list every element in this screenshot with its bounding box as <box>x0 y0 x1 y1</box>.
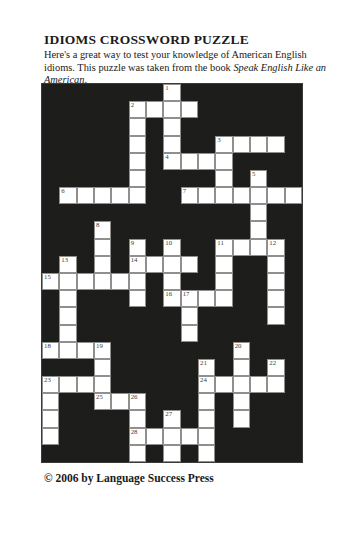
grid-cell-black <box>129 84 146 101</box>
grid-cell-black <box>111 204 128 221</box>
grid-cell-black <box>94 410 111 427</box>
grid-cell-white[interactable] <box>250 187 267 204</box>
grid-cell-black <box>233 290 250 307</box>
grid-cell-white[interactable] <box>77 187 94 204</box>
grid-cell-black <box>42 325 59 342</box>
grid-cell-black <box>198 325 215 342</box>
grid-cell-black <box>146 170 163 187</box>
grid-cell-black <box>42 359 59 376</box>
grid-cell-white[interactable]: 21 <box>198 359 215 376</box>
grid-cell-black <box>129 376 146 393</box>
grid-cell-white[interactable]: 18 <box>42 342 59 359</box>
grid-cell-black <box>146 153 163 170</box>
grid-cell-black <box>42 84 59 101</box>
clue-number: 7 <box>183 187 186 195</box>
grid-cell-black <box>250 359 267 376</box>
grid-cell-black <box>77 445 94 462</box>
grid-cell-white[interactable] <box>77 342 94 359</box>
grid-cell-black <box>285 410 302 427</box>
grid-cell-black <box>77 136 94 153</box>
grid-cell-white[interactable] <box>129 187 146 204</box>
grid-cell-white[interactable] <box>129 410 146 427</box>
grid-cell-white[interactable] <box>42 428 59 445</box>
grid-cell-white[interactable] <box>163 428 180 445</box>
grid-cell-black <box>111 290 128 307</box>
grid-cell-black <box>181 204 198 221</box>
grid-cell-white[interactable] <box>111 187 128 204</box>
clue-number: 9 <box>131 239 134 247</box>
clue-number: 20 <box>235 342 242 350</box>
grid-cell-black <box>181 221 198 238</box>
grid-cell-black <box>111 325 128 342</box>
grid-cell-black <box>77 204 94 221</box>
grid-cell-white[interactable]: 11 <box>215 239 232 256</box>
grid-cell-black <box>42 136 59 153</box>
grid-cell-white[interactable] <box>163 101 180 118</box>
grid-cell-white[interactable] <box>146 428 163 445</box>
grid-cell-black <box>77 84 94 101</box>
grid-cell-black <box>94 170 111 187</box>
clue-number: 18 <box>44 342 51 350</box>
grid-cell-black <box>59 153 76 170</box>
grid-cell-white[interactable] <box>233 376 250 393</box>
grid-cell-white[interactable] <box>215 170 232 187</box>
grid-cell-black <box>198 307 215 324</box>
grid-cell-black <box>233 445 250 462</box>
grid-cell-black <box>285 445 302 462</box>
grid-cell-black <box>267 221 284 238</box>
grid-cell-white[interactable]: 19 <box>94 342 111 359</box>
grid-cell-white[interactable]: 5 <box>250 170 267 187</box>
grid-cell-black <box>146 445 163 462</box>
grid-cell-white[interactable] <box>198 187 215 204</box>
grid-cell-white[interactable] <box>146 101 163 118</box>
grid-cell-black <box>111 118 128 135</box>
grid-cell-white[interactable] <box>94 239 111 256</box>
grid-cell-white[interactable] <box>250 204 267 221</box>
grid-cell-black <box>267 428 284 445</box>
grid-cell-black <box>94 290 111 307</box>
grid-cell-white[interactable] <box>163 445 180 462</box>
grid-cell-black <box>42 445 59 462</box>
grid-cell-white[interactable] <box>77 376 94 393</box>
grid-cell-black <box>59 84 76 101</box>
grid-cell-white[interactable]: 9 <box>129 239 146 256</box>
grid-cell-black <box>181 359 198 376</box>
grid-cell-white[interactable]: 26 <box>129 393 146 410</box>
grid-cell-white[interactable] <box>181 428 198 445</box>
grid-cell-black <box>233 153 250 170</box>
grid-cell-black <box>267 325 284 342</box>
grid-cell-white[interactable] <box>163 256 180 273</box>
clue-number: 14 <box>131 256 138 264</box>
grid-cell-black <box>146 187 163 204</box>
grid-cell-white[interactable]: 27 <box>163 410 180 427</box>
grid-cell-white[interactable] <box>267 256 284 273</box>
grid-cell-black <box>129 221 146 238</box>
grid-cell-black <box>198 170 215 187</box>
grid-cell-white[interactable] <box>250 136 267 153</box>
grid-cell-black <box>146 376 163 393</box>
grid-cell-white[interactable] <box>250 221 267 238</box>
grid-cell-white[interactable]: 6 <box>59 187 76 204</box>
grid-cell-black <box>59 101 76 118</box>
grid-cell-white[interactable]: 10 <box>163 239 180 256</box>
grid-cell-black <box>215 393 232 410</box>
grid-cell-black <box>94 101 111 118</box>
grid-cell-black <box>42 256 59 273</box>
grid-cell-black <box>285 118 302 135</box>
grid-cell-black <box>59 170 76 187</box>
grid-cell-black <box>111 359 128 376</box>
grid-cell-black <box>181 376 198 393</box>
grid-cell-white[interactable]: 23 <box>42 376 59 393</box>
grid-cell-black <box>94 307 111 324</box>
grid-cell-black <box>215 84 232 101</box>
grid-cell-black <box>198 239 215 256</box>
clue-number: 27 <box>165 410 172 418</box>
page-subtitle: Here's a great way to test your knowledg… <box>44 49 334 87</box>
grid-cell-black <box>250 273 267 290</box>
grid-cell-white[interactable] <box>181 325 198 342</box>
clue-number: 16 <box>165 290 172 298</box>
grid-cell-white[interactable] <box>215 376 232 393</box>
grid-cell-white[interactable] <box>59 307 76 324</box>
grid-cell-white[interactable]: 20 <box>233 342 250 359</box>
grid-cell-white[interactable]: 16 <box>163 290 180 307</box>
grid-cell-black <box>285 239 302 256</box>
grid-cell-black <box>215 307 232 324</box>
grid-cell-black <box>77 153 94 170</box>
grid-cell-white[interactable]: 15 <box>42 273 59 290</box>
grid-cell-black <box>146 204 163 221</box>
grid-cell-black <box>250 410 267 427</box>
grid-cell-black <box>146 307 163 324</box>
grid-cell-black <box>181 239 198 256</box>
grid-cell-black <box>233 428 250 445</box>
grid-cell-black <box>163 393 180 410</box>
grid-cell-black <box>94 153 111 170</box>
grid-cell-white[interactable] <box>181 153 198 170</box>
grid-cell-black <box>77 101 94 118</box>
grid-cell-white[interactable] <box>163 118 180 135</box>
grid-cell-black <box>215 101 232 118</box>
subtitle-line2-prefix: This puzzle was taken from the book <box>77 62 233 73</box>
grid-cell-black <box>163 204 180 221</box>
grid-cell-black <box>129 342 146 359</box>
grid-cell-white[interactable] <box>285 187 302 204</box>
grid-cell-black <box>267 445 284 462</box>
grid-cell-black <box>42 290 59 307</box>
grid-cell-white[interactable] <box>146 256 163 273</box>
clue-number: 23 <box>44 376 51 384</box>
grid-cell-white[interactable]: 28 <box>129 428 146 445</box>
grid-cell-white[interactable] <box>181 101 198 118</box>
grid-cell-white[interactable] <box>215 290 232 307</box>
grid-cell-black <box>146 290 163 307</box>
grid-cell-black <box>233 221 250 238</box>
grid-cell-black <box>59 445 76 462</box>
grid-cell-black <box>215 204 232 221</box>
grid-cell-white[interactable] <box>94 256 111 273</box>
grid-cell-black <box>111 342 128 359</box>
clue-number: 3 <box>217 136 220 144</box>
grid-cell-black <box>267 410 284 427</box>
clue-number: 17 <box>183 290 190 298</box>
grid-cell-white[interactable] <box>163 273 180 290</box>
grid-cell-white[interactable] <box>111 273 128 290</box>
grid-cell-black <box>181 118 198 135</box>
grid-cell-black <box>198 136 215 153</box>
grid-cell-white[interactable] <box>215 256 232 273</box>
grid-cell-white[interactable] <box>250 376 267 393</box>
grid-cell-black <box>215 359 232 376</box>
grid-cell-black <box>77 256 94 273</box>
grid-cell-white[interactable] <box>129 136 146 153</box>
grid-cell-white[interactable]: 1 <box>163 84 180 101</box>
grid-cell-black <box>250 342 267 359</box>
grid-cell-black <box>215 118 232 135</box>
grid-cell-black <box>129 307 146 324</box>
grid-cell-black <box>163 170 180 187</box>
grid-cell-white[interactable]: 2 <box>129 101 146 118</box>
grid-cell-black <box>42 239 59 256</box>
grid-cell-white[interactable]: 7 <box>181 187 198 204</box>
grid-cell-white[interactable] <box>198 393 215 410</box>
grid-cell-black <box>267 101 284 118</box>
grid-cell-white[interactable] <box>233 136 250 153</box>
clue-number: 15 <box>44 273 51 281</box>
clue-number: 5 <box>252 170 255 178</box>
grid-cell-black <box>250 325 267 342</box>
grid-cell-black <box>285 101 302 118</box>
grid-cell-white[interactable] <box>94 187 111 204</box>
grid-cell-black <box>233 204 250 221</box>
grid-cell-white[interactable]: 14 <box>129 256 146 273</box>
grid-cell-black <box>267 170 284 187</box>
grid-cell-white[interactable] <box>267 376 284 393</box>
grid-cell-white[interactable] <box>198 410 215 427</box>
grid-cell-black <box>181 393 198 410</box>
grid-cell-black <box>163 325 180 342</box>
grid-cell-black <box>94 428 111 445</box>
clue-number: 2 <box>131 101 134 109</box>
grid-cell-white[interactable] <box>163 136 180 153</box>
grid-cell-black <box>233 273 250 290</box>
grid-cell-black <box>285 221 302 238</box>
grid-cell-black <box>111 256 128 273</box>
grid-cell-black <box>285 325 302 342</box>
grid-cell-white[interactable] <box>59 290 76 307</box>
grid-cell-white[interactable] <box>215 273 232 290</box>
grid-cell-black <box>215 221 232 238</box>
grid-cell-black <box>42 204 59 221</box>
grid-cell-white[interactable]: 25 <box>94 393 111 410</box>
grid-cell-black <box>111 428 128 445</box>
grid-cell-black <box>181 170 198 187</box>
grid-cell-white[interactable]: 12 <box>267 239 284 256</box>
grid-cell-black <box>198 118 215 135</box>
grid-cell-black <box>77 307 94 324</box>
grid-cell-white[interactable] <box>250 239 267 256</box>
grid-cell-black <box>59 359 76 376</box>
grid-cell-black <box>77 410 94 427</box>
grid-cell-white[interactable] <box>59 342 76 359</box>
grid-cell-white[interactable] <box>198 153 215 170</box>
grid-cell-white[interactable]: 22 <box>267 359 284 376</box>
clue-number: 4 <box>165 153 168 161</box>
clue-number: 6 <box>61 187 64 195</box>
grid-cell-black <box>111 221 128 238</box>
grid-cell-white[interactable] <box>233 239 250 256</box>
grid-cell-white[interactable] <box>198 290 215 307</box>
grid-cell-white[interactable] <box>215 187 232 204</box>
grid-cell-white[interactable] <box>267 307 284 324</box>
grid-cell-black <box>181 342 198 359</box>
grid-cell-black <box>198 256 215 273</box>
grid-cell-black <box>285 170 302 187</box>
grid-cell-white[interactable]: 24 <box>198 376 215 393</box>
grid-cell-black <box>181 136 198 153</box>
grid-cell-white[interactable]: 13 <box>59 256 76 273</box>
grid-cell-white[interactable] <box>111 393 128 410</box>
grid-cell-black <box>59 239 76 256</box>
grid-cell-white[interactable] <box>59 325 76 342</box>
grid-cell-black <box>233 84 250 101</box>
grid-cell-white[interactable] <box>198 428 215 445</box>
grid-cell-white[interactable]: 3 <box>215 136 232 153</box>
grid-cell-black <box>215 445 232 462</box>
page-title: IDIOMS CROSSWORD PUZZLE <box>44 32 249 48</box>
clue-number: 25 <box>96 393 103 401</box>
grid-cell-black <box>129 359 146 376</box>
grid-cell-white[interactable] <box>267 187 284 204</box>
grid-cell-white[interactable] <box>233 187 250 204</box>
grid-cell-black <box>163 187 180 204</box>
grid-cell-white[interactable] <box>129 273 146 290</box>
grid-cell-white[interactable] <box>129 118 146 135</box>
grid-cell-black <box>285 376 302 393</box>
grid-cell-black <box>111 136 128 153</box>
grid-cell-black <box>285 204 302 221</box>
grid-cell-black <box>215 410 232 427</box>
grid-cell-black <box>111 84 128 101</box>
grid-cell-black <box>111 376 128 393</box>
grid-cell-white[interactable] <box>129 445 146 462</box>
grid-cell-white[interactable] <box>267 273 284 290</box>
grid-cell-black <box>111 101 128 118</box>
grid-cell-black <box>111 239 128 256</box>
grid-cell-white[interactable] <box>77 273 94 290</box>
grid-cell-black <box>77 325 94 342</box>
grid-cell-black <box>146 136 163 153</box>
grid-cell-white[interactable] <box>129 170 146 187</box>
grid-cell-black <box>146 359 163 376</box>
grid-cell-black <box>163 307 180 324</box>
grid-cell-white[interactable] <box>94 359 111 376</box>
grid-cell-white[interactable]: 17 <box>181 290 198 307</box>
grid-cell-black <box>77 393 94 410</box>
grid-cell-black <box>267 118 284 135</box>
grid-cell-black <box>285 290 302 307</box>
grid-cell-white[interactable] <box>94 376 111 393</box>
grid-cell-black <box>198 342 215 359</box>
grid-cell-black <box>215 342 232 359</box>
clue-number: 21 <box>200 359 207 367</box>
clue-number: 22 <box>269 359 276 367</box>
grid-cell-black <box>59 204 76 221</box>
clue-number: 13 <box>61 256 68 264</box>
grid-cell-white[interactable] <box>59 273 76 290</box>
grid-cell-black <box>198 273 215 290</box>
grid-cell-black <box>250 445 267 462</box>
grid-cell-black <box>250 256 267 273</box>
grid-cell-black <box>285 307 302 324</box>
grid-cell-black <box>111 170 128 187</box>
grid-cell-white[interactable] <box>181 256 198 273</box>
clue-number: 1 <box>165 84 168 92</box>
grid-cell-white[interactable] <box>267 136 284 153</box>
grid-cell-black <box>181 273 198 290</box>
grid-cell-white[interactable] <box>129 290 146 307</box>
grid-cell-black <box>233 170 250 187</box>
grid-cell-black <box>77 359 94 376</box>
grid-cell-black <box>285 393 302 410</box>
grid-cell-black <box>42 153 59 170</box>
grid-cell-black <box>146 84 163 101</box>
grid-cell-black <box>285 428 302 445</box>
grid-cell-black <box>111 445 128 462</box>
grid-cell-black <box>59 410 76 427</box>
grid-cell-black <box>77 118 94 135</box>
grid-cell-black <box>285 359 302 376</box>
grid-cell-black <box>59 393 76 410</box>
grid-cell-white[interactable] <box>267 290 284 307</box>
grid-cell-black <box>215 428 232 445</box>
grid-cell-black <box>163 221 180 238</box>
grid-cell-white[interactable] <box>94 273 111 290</box>
grid-cell-white[interactable] <box>233 393 250 410</box>
grid-cell-black <box>250 84 267 101</box>
clue-number: 10 <box>165 239 172 247</box>
grid-cell-white[interactable] <box>129 153 146 170</box>
grid-cell-black <box>146 342 163 359</box>
grid-cell-black <box>42 118 59 135</box>
grid-cell-white[interactable]: 4 <box>163 153 180 170</box>
grid-cell-black <box>42 170 59 187</box>
grid-cell-white[interactable] <box>215 153 232 170</box>
grid-cell-white[interactable] <box>233 359 250 376</box>
grid-cell-white[interactable] <box>181 307 198 324</box>
grid-cell-black <box>233 256 250 273</box>
grid-cell-black <box>146 393 163 410</box>
clue-number: 8 <box>96 221 99 229</box>
crossword-grid: 1234567891011121314151617181920212223242… <box>41 83 303 463</box>
grid-cell-black <box>285 342 302 359</box>
grid-cell-black <box>163 342 180 359</box>
grid-cell-white[interactable]: 8 <box>94 221 111 238</box>
grid-cell-white[interactable] <box>198 445 215 462</box>
grid-cell-white[interactable] <box>42 393 59 410</box>
clue-number: 11 <box>217 239 224 247</box>
grid-cell-white[interactable] <box>59 376 76 393</box>
grid-cell-black <box>94 445 111 462</box>
grid-cell-white[interactable] <box>233 410 250 427</box>
grid-cell-white[interactable] <box>42 410 59 427</box>
grid-cell-black <box>250 393 267 410</box>
grid-cell-black <box>94 325 111 342</box>
grid-cell-black <box>181 445 198 462</box>
